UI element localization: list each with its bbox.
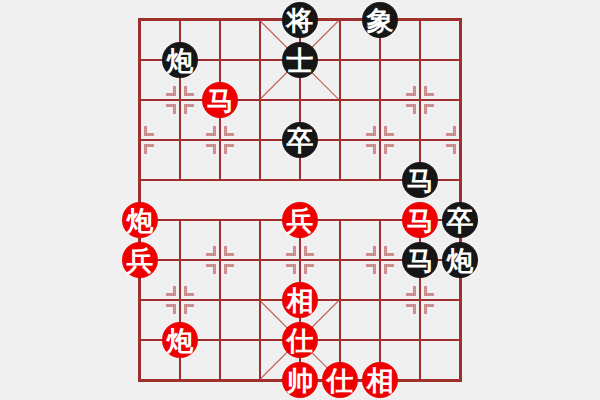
point-marker xyxy=(224,144,234,154)
piece-red-cannon[interactable]: 炮 xyxy=(162,322,198,358)
point-marker xyxy=(166,304,176,314)
piece-red-cannon[interactable]: 炮 xyxy=(122,202,158,238)
point-marker xyxy=(224,264,234,274)
piece-red-advisor[interactable]: 仕 xyxy=(282,322,318,358)
piece-red-advisor[interactable]: 仕 xyxy=(322,362,358,398)
point-marker xyxy=(184,104,194,114)
point-marker xyxy=(286,246,296,256)
point-marker xyxy=(224,246,234,256)
point-marker xyxy=(366,246,376,256)
piece-black-elephant[interactable]: 象 xyxy=(362,2,398,38)
point-marker xyxy=(406,286,416,296)
piece-black-cannon[interactable]: 炮 xyxy=(442,242,478,278)
point-marker xyxy=(366,144,376,154)
piece-black-advisor[interactable]: 士 xyxy=(282,42,318,78)
point-marker xyxy=(144,126,154,136)
piece-red-elephant[interactable]: 相 xyxy=(282,282,318,318)
piece-black-horse[interactable]: 马 xyxy=(402,162,438,198)
point-marker xyxy=(206,246,216,256)
point-marker xyxy=(304,264,314,274)
point-marker xyxy=(406,86,416,96)
point-marker xyxy=(304,246,314,256)
point-marker xyxy=(366,126,376,136)
point-marker xyxy=(406,104,416,114)
point-marker xyxy=(166,286,176,296)
point-marker xyxy=(406,304,416,314)
piece-red-soldier[interactable]: 兵 xyxy=(122,242,158,278)
piece-black-general[interactable]: 将 xyxy=(282,2,318,38)
piece-red-general[interactable]: 帅 xyxy=(282,362,318,398)
point-marker xyxy=(286,264,296,274)
point-marker xyxy=(166,86,176,96)
point-marker xyxy=(424,104,434,114)
point-marker xyxy=(366,264,376,274)
point-marker xyxy=(224,126,234,136)
point-marker xyxy=(424,286,434,296)
piece-red-horse[interactable]: 马 xyxy=(402,202,438,238)
point-marker xyxy=(184,304,194,314)
point-marker xyxy=(144,144,154,154)
point-marker xyxy=(384,126,394,136)
point-marker xyxy=(424,304,434,314)
piece-red-elephant[interactable]: 相 xyxy=(362,362,398,398)
point-marker xyxy=(166,104,176,114)
point-marker xyxy=(446,144,456,154)
point-marker xyxy=(424,86,434,96)
piece-black-cannon[interactable]: 炮 xyxy=(162,42,198,78)
piece-red-soldier[interactable]: 兵 xyxy=(282,202,318,238)
piece-black-soldier[interactable]: 卒 xyxy=(442,202,478,238)
point-marker xyxy=(184,86,194,96)
point-marker xyxy=(446,126,456,136)
point-marker xyxy=(384,264,394,274)
point-marker xyxy=(184,286,194,296)
xiangqi-board[interactable]: 将象炮士马卒马炮兵马卒兵马炮相炮仕帅仕相 xyxy=(0,0,600,400)
point-marker xyxy=(384,246,394,256)
point-marker xyxy=(206,264,216,274)
piece-black-horse[interactable]: 马 xyxy=(402,242,438,278)
point-marker xyxy=(206,126,216,136)
point-marker xyxy=(206,144,216,154)
point-marker xyxy=(384,144,394,154)
piece-red-horse[interactable]: 马 xyxy=(202,82,238,118)
piece-black-soldier[interactable]: 卒 xyxy=(282,122,318,158)
